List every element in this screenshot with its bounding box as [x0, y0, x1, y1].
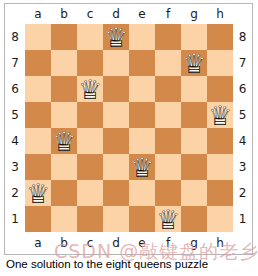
- file-label-top-f: f: [155, 4, 181, 24]
- square-g8: [181, 24, 207, 50]
- white-queen-outline-glyph: ♕: [129, 154, 155, 180]
- rank-labels-left: 87654321: [5, 24, 25, 232]
- square-g2: [181, 180, 207, 206]
- rank-label-left-2: 2: [5, 180, 25, 206]
- rank-label-left-3: 3: [5, 154, 25, 180]
- square-c3: [77, 154, 103, 180]
- square-c2: [77, 180, 103, 206]
- white-queen-outline-glyph: ♕: [25, 180, 51, 206]
- board: ♛♕♛♕♛♕♛♕♛♕♛♕♛♕♛♕: [25, 24, 233, 232]
- square-h2: [207, 180, 233, 206]
- white-queen: ♛♕: [51, 128, 77, 154]
- square-f6: [155, 76, 181, 102]
- square-h6: [207, 76, 233, 102]
- square-c1: [77, 206, 103, 232]
- square-e5: [129, 102, 155, 128]
- rank-label-right-5: 5: [233, 102, 252, 128]
- rank-label-right-8: 8: [233, 24, 252, 50]
- file-label-top-d: d: [103, 4, 129, 24]
- white-queen: ♛♕: [129, 154, 155, 180]
- square-b8: [51, 24, 77, 50]
- rank-label-left-7: 7: [5, 50, 25, 76]
- square-e6: [129, 76, 155, 102]
- white-queen: ♛♕: [77, 76, 103, 102]
- file-label-top-a: a: [25, 4, 51, 24]
- square-e8: [129, 24, 155, 50]
- square-c4: [77, 128, 103, 154]
- rank-labels-right: 87654321: [233, 24, 252, 232]
- white-queen: ♛♕: [155, 206, 181, 232]
- square-b3: [51, 154, 77, 180]
- file-label-top-c: c: [77, 4, 103, 24]
- square-d4: [103, 128, 129, 154]
- square-d8: ♛♕: [103, 24, 129, 50]
- square-g3: [181, 154, 207, 180]
- square-a2: ♛♕: [25, 180, 51, 206]
- white-queen-outline-glyph: ♕: [51, 128, 77, 154]
- white-queen-outline-glyph: ♕: [103, 24, 129, 50]
- rank-label-right-1: 1: [233, 206, 252, 232]
- square-d7: [103, 50, 129, 76]
- square-f4: [155, 128, 181, 154]
- white-queen: ♛♕: [25, 180, 51, 206]
- square-a6: [25, 76, 51, 102]
- square-f8: [155, 24, 181, 50]
- square-a7: [25, 50, 51, 76]
- square-b1: [51, 206, 77, 232]
- square-d5: [103, 102, 129, 128]
- square-f7: [155, 50, 181, 76]
- square-c5: [77, 102, 103, 128]
- square-h8: [207, 24, 233, 50]
- rank-label-right-4: 4: [233, 128, 252, 154]
- file-label-top-b: b: [51, 4, 77, 24]
- rank-label-right-3: 3: [233, 154, 252, 180]
- square-h1: [207, 206, 233, 232]
- square-b4: ♛♕: [51, 128, 77, 154]
- white-queen: ♛♕: [181, 50, 207, 76]
- rank-label-left-1: 1: [5, 206, 25, 232]
- white-queen-outline-glyph: ♕: [181, 50, 207, 76]
- square-h4: [207, 128, 233, 154]
- square-e1: [129, 206, 155, 232]
- square-g6: [181, 76, 207, 102]
- square-e7: [129, 50, 155, 76]
- square-d3: [103, 154, 129, 180]
- square-a1: [25, 206, 51, 232]
- square-a4: [25, 128, 51, 154]
- white-queen: ♛♕: [103, 24, 129, 50]
- square-h3: [207, 154, 233, 180]
- square-b5: [51, 102, 77, 128]
- rank-label-left-8: 8: [5, 24, 25, 50]
- file-label-top-h: h: [207, 4, 233, 24]
- file-label-bottom-a: a: [25, 233, 51, 253]
- rank-label-right-2: 2: [233, 180, 252, 206]
- square-g4: [181, 128, 207, 154]
- watermark: CSDN @敲键盘的老乡: [54, 239, 258, 265]
- square-a3: [25, 154, 51, 180]
- square-b6: [51, 76, 77, 102]
- square-f2: [155, 180, 181, 206]
- file-label-top-g: g: [181, 4, 207, 24]
- square-d1: [103, 206, 129, 232]
- square-e3: ♛♕: [129, 154, 155, 180]
- file-label-top-e: e: [129, 4, 155, 24]
- square-c8: [77, 24, 103, 50]
- square-h7: [207, 50, 233, 76]
- square-f1: ♛♕: [155, 206, 181, 232]
- square-g1: [181, 206, 207, 232]
- rank-label-right-6: 6: [233, 76, 252, 102]
- rank-label-right-7: 7: [233, 50, 252, 76]
- square-c7: [77, 50, 103, 76]
- white-queen-outline-glyph: ♕: [77, 76, 103, 102]
- square-f3: [155, 154, 181, 180]
- square-a8: [25, 24, 51, 50]
- rank-label-left-4: 4: [5, 128, 25, 154]
- square-f5: [155, 102, 181, 128]
- square-b7: [51, 50, 77, 76]
- square-c6: ♛♕: [77, 76, 103, 102]
- square-a5: [25, 102, 51, 128]
- square-g5: [181, 102, 207, 128]
- white-queen-outline-glyph: ♕: [155, 206, 181, 232]
- square-e2: [129, 180, 155, 206]
- file-labels-top: abcdefgh: [25, 4, 233, 24]
- white-queen: ♛♕: [207, 102, 233, 128]
- square-d6: [103, 76, 129, 102]
- rank-label-left-5: 5: [5, 102, 25, 128]
- rank-label-left-6: 6: [5, 76, 25, 102]
- square-g7: ♛♕: [181, 50, 207, 76]
- square-e4: [129, 128, 155, 154]
- square-h5: ♛♕: [207, 102, 233, 128]
- white-queen-outline-glyph: ♕: [207, 102, 233, 128]
- square-b2: [51, 180, 77, 206]
- square-d2: [103, 180, 129, 206]
